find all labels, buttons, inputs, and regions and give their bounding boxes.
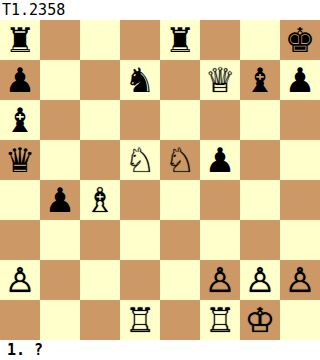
square-c8[interactable] (80, 20, 120, 60)
square-g1[interactable]: ♔ (240, 300, 280, 340)
piece-black-knight: ♞ (125, 60, 155, 100)
square-f3[interactable] (200, 220, 240, 260)
square-e8[interactable]: ♜ (160, 20, 200, 60)
square-g7[interactable]: ♝ (240, 60, 280, 100)
square-h5[interactable] (280, 140, 320, 180)
square-a2[interactable]: ♙ (0, 260, 40, 300)
square-e5[interactable]: ♘ (160, 140, 200, 180)
square-f8[interactable] (200, 20, 240, 60)
square-d6[interactable] (120, 100, 160, 140)
square-g6[interactable] (240, 100, 280, 140)
square-c5[interactable] (80, 140, 120, 180)
square-f2[interactable]: ♙ (200, 260, 240, 300)
piece-white-pawn: ♙ (205, 260, 235, 300)
square-a5[interactable]: ♛ (0, 140, 40, 180)
piece-white-queen: ♕ (205, 60, 235, 100)
square-g2[interactable]: ♙ (240, 260, 280, 300)
square-h1[interactable] (280, 300, 320, 340)
square-e4[interactable] (160, 180, 200, 220)
piece-black-bishop: ♝ (5, 100, 35, 140)
piece-black-pawn: ♟ (45, 180, 75, 220)
square-c7[interactable] (80, 60, 120, 100)
square-c1[interactable] (80, 300, 120, 340)
square-e1[interactable] (160, 300, 200, 340)
square-b1[interactable] (40, 300, 80, 340)
piece-white-pawn: ♙ (285, 260, 315, 300)
move-prompt-label: 1. ? (0, 340, 320, 360)
square-f5[interactable]: ♟ (200, 140, 240, 180)
square-e3[interactable] (160, 220, 200, 260)
piece-white-knight: ♘ (125, 140, 155, 180)
piece-white-rook: ♖ (125, 300, 155, 340)
square-d4[interactable] (120, 180, 160, 220)
square-g3[interactable] (240, 220, 280, 260)
piece-black-pawn: ♟ (205, 140, 235, 180)
piece-white-king: ♔ (245, 300, 275, 340)
piece-black-pawn: ♟ (285, 60, 315, 100)
square-h8[interactable]: ♚ (280, 20, 320, 60)
piece-black-king: ♚ (285, 20, 315, 60)
square-c4[interactable]: ♗ (80, 180, 120, 220)
piece-black-pawn: ♟ (5, 60, 35, 100)
square-d2[interactable] (120, 260, 160, 300)
square-h2[interactable]: ♙ (280, 260, 320, 300)
square-a1[interactable] (0, 300, 40, 340)
puzzle-id-label: T1.2358 (0, 0, 320, 20)
square-h4[interactable] (280, 180, 320, 220)
square-h7[interactable]: ♟ (280, 60, 320, 100)
square-f6[interactable] (200, 100, 240, 140)
square-b8[interactable] (40, 20, 80, 60)
square-d8[interactable] (120, 20, 160, 60)
piece-white-bishop: ♗ (85, 180, 115, 220)
square-a3[interactable] (0, 220, 40, 260)
square-d3[interactable] (120, 220, 160, 260)
square-a7[interactable]: ♟ (0, 60, 40, 100)
square-b6[interactable] (40, 100, 80, 140)
piece-white-pawn: ♙ (5, 260, 35, 300)
square-b4[interactable]: ♟ (40, 180, 80, 220)
square-a4[interactable] (0, 180, 40, 220)
square-b3[interactable] (40, 220, 80, 260)
square-d7[interactable]: ♞ (120, 60, 160, 100)
square-d5[interactable]: ♘ (120, 140, 160, 180)
square-e2[interactable] (160, 260, 200, 300)
piece-white-knight: ♘ (165, 140, 195, 180)
square-e6[interactable] (160, 100, 200, 140)
square-e7[interactable] (160, 60, 200, 100)
square-f4[interactable] (200, 180, 240, 220)
square-h3[interactable] (280, 220, 320, 260)
square-c3[interactable] (80, 220, 120, 260)
square-a6[interactable]: ♝ (0, 100, 40, 140)
square-g5[interactable] (240, 140, 280, 180)
square-c6[interactable] (80, 100, 120, 140)
piece-black-rook: ♜ (5, 20, 35, 60)
square-f7[interactable]: ♕ (200, 60, 240, 100)
square-a8[interactable]: ♜ (0, 20, 40, 60)
piece-black-queen: ♛ (5, 140, 35, 180)
square-d1[interactable]: ♖ (120, 300, 160, 340)
square-b7[interactable] (40, 60, 80, 100)
puzzle-page: T1.2358 ♜♜♚♟♞♕♝♟♝♛♘♘♟♟♗♙♙♙♙♖♖♔ 1. ? (0, 0, 320, 360)
square-b2[interactable] (40, 260, 80, 300)
square-f1[interactable]: ♖ (200, 300, 240, 340)
piece-white-pawn: ♙ (245, 260, 275, 300)
piece-black-rook: ♜ (165, 20, 195, 60)
square-c2[interactable] (80, 260, 120, 300)
square-h6[interactable] (280, 100, 320, 140)
piece-black-bishop: ♝ (245, 60, 275, 100)
square-b5[interactable] (40, 140, 80, 180)
piece-white-rook: ♖ (205, 300, 235, 340)
square-g8[interactable] (240, 20, 280, 60)
square-g4[interactable] (240, 180, 280, 220)
chess-board: ♜♜♚♟♞♕♝♟♝♛♘♘♟♟♗♙♙♙♙♖♖♔ (0, 20, 320, 340)
